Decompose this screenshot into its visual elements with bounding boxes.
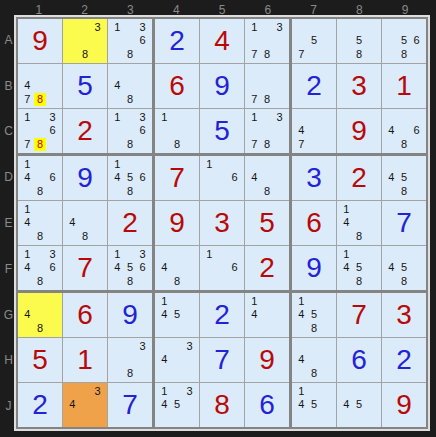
candidate-empty — [261, 295, 274, 308]
candidate-4: 4 — [340, 398, 353, 411]
row-label-C: C — [1, 109, 16, 155]
candidate-empty — [248, 158, 261, 171]
cell-G8[interactable]: 7 — [337, 293, 381, 337]
cell-E4[interactable]: 9 — [155, 201, 199, 245]
cell-A2[interactable]: 38 — [63, 19, 107, 63]
cell-H5[interactable]: 7 — [200, 338, 244, 382]
cell-F8[interactable]: 1458 — [337, 246, 381, 290]
candidate-empty — [79, 412, 92, 425]
candidate-empty — [308, 124, 321, 137]
candidate-8: 8 — [34, 322, 47, 335]
solved-digit: 5 — [214, 117, 230, 145]
col-label-2: 2 — [62, 4, 108, 16]
given-digit: 3 — [214, 209, 230, 237]
cell-E1[interactable]: 148 — [18, 201, 62, 245]
candidate-empty — [136, 158, 149, 171]
solved-digit: 6 — [259, 391, 275, 419]
candidate-empty — [410, 275, 423, 288]
candidate-empty — [91, 34, 104, 47]
cell-J5[interactable]: 8 — [200, 383, 244, 427]
candidate-empty — [320, 124, 333, 137]
cell-C8[interactable]: 9 — [337, 109, 381, 153]
candidate-empty — [171, 322, 184, 335]
box-9: 1458734862145459 — [292, 293, 426, 427]
cell-J1[interactable]: 2 — [18, 383, 62, 427]
cell-A9[interactable]: 568 — [382, 19, 426, 63]
candidate-empty — [365, 216, 378, 229]
candidate-7: 7 — [21, 93, 34, 106]
given-digit: 8 — [214, 391, 230, 419]
candidate-8: 8 — [308, 367, 321, 380]
candidate-empty — [295, 340, 308, 353]
candidate-empty — [46, 203, 59, 216]
cell-A7[interactable]: 57 — [292, 19, 336, 63]
candidate-6: 6 — [46, 261, 59, 274]
candidate-4: 4 — [66, 216, 79, 229]
cell-H3[interactable]: 38 — [108, 338, 152, 382]
candidates: 1458 — [292, 293, 336, 337]
candidate-8: 8 — [261, 185, 274, 198]
box-1: 93813684785481367821368 — [18, 19, 152, 153]
candidates: 34 — [63, 383, 107, 427]
candidate-4: 4 — [21, 79, 34, 92]
candidate-empty — [320, 138, 333, 151]
cell-D3[interactable]: 14568 — [108, 156, 152, 200]
candidate-4: 4 — [295, 353, 308, 366]
cell-C4[interactable]: 18 — [155, 109, 199, 153]
candidate-empty — [308, 111, 321, 124]
cell-B6[interactable]: 78 — [245, 64, 289, 108]
candidates: 16 — [200, 156, 244, 200]
candidate-empty — [353, 412, 366, 425]
solved-digit: 6 — [351, 346, 367, 374]
candidate-empty — [66, 230, 79, 243]
candidate-empty — [21, 185, 34, 198]
given-digit: 9 — [351, 117, 367, 145]
candidate-6: 6 — [410, 34, 423, 47]
given-digit: 2 — [259, 254, 275, 282]
candidate-5: 5 — [353, 398, 366, 411]
candidates: 1345 — [155, 383, 199, 427]
candidate-5: 5 — [124, 171, 137, 184]
cell-J3[interactable]: 7 — [108, 383, 152, 427]
cell-B5[interactable]: 9 — [200, 64, 244, 108]
candidate-empty — [171, 412, 184, 425]
candidates: 568 — [382, 19, 426, 63]
candidate-8: 8 — [398, 275, 411, 288]
candidate-empty — [228, 158, 241, 171]
cell-J7[interactable]: 145 — [292, 383, 336, 427]
candidate-empty — [365, 385, 378, 398]
candidate-empty — [79, 34, 92, 47]
cell-F5[interactable]: 16 — [200, 246, 244, 290]
col-label-9: 9 — [382, 4, 428, 16]
candidate-5: 5 — [171, 308, 184, 321]
candidate-empty — [385, 275, 398, 288]
given-digit: 9 — [32, 27, 48, 55]
candidate-empty — [171, 295, 184, 308]
candidate-empty — [273, 322, 286, 335]
candidate-3: 3 — [183, 340, 196, 353]
box-4: 1468914568148482134687134568 — [18, 156, 152, 290]
cell-F1[interactable]: 13468 — [18, 246, 62, 290]
candidate-empty — [124, 79, 137, 92]
candidate-empty — [216, 171, 229, 184]
cell-B2[interactable]: 5 — [63, 64, 107, 108]
candidate-empty — [66, 412, 79, 425]
cell-H9[interactable]: 2 — [382, 338, 426, 382]
cell-E7[interactable]: 6 — [292, 201, 336, 245]
candidate-8: 8 — [308, 322, 321, 335]
candidate-empty — [261, 66, 274, 79]
candidate-empty — [158, 248, 171, 261]
candidate-3: 3 — [273, 21, 286, 34]
candidate-empty — [320, 385, 333, 398]
candidate-empty — [410, 171, 423, 184]
candidates: 134568 — [108, 246, 152, 290]
cell-F7[interactable]: 9 — [292, 246, 336, 290]
candidate-empty — [171, 261, 184, 274]
candidate-empty — [46, 308, 59, 321]
candidates: 47 — [292, 109, 336, 153]
candidates: 1378 — [245, 109, 289, 153]
candidate-6: 6 — [46, 171, 59, 184]
cell-F6[interactable]: 2 — [245, 246, 289, 290]
candidate-empty — [183, 111, 196, 124]
candidates: 48 — [245, 156, 289, 200]
candidate-1: 1 — [340, 203, 353, 216]
given-digit: 3 — [396, 301, 412, 329]
candidate-empty — [353, 203, 366, 216]
candidate-empty — [410, 21, 423, 34]
cell-E5[interactable]: 3 — [200, 201, 244, 245]
candidates: 1468 — [18, 156, 62, 200]
cell-A8[interactable]: 58 — [337, 19, 381, 63]
candidates: 48 — [108, 64, 152, 108]
candidate-empty — [248, 322, 261, 335]
candidate-3: 3 — [46, 111, 59, 124]
candidate-empty — [340, 34, 353, 47]
cell-C7[interactable]: 47 — [292, 109, 336, 153]
candidate-empty — [308, 385, 321, 398]
candidate-empty — [111, 340, 124, 353]
candidates: 48 — [155, 246, 199, 290]
candidate-4: 4 — [295, 398, 308, 411]
given-digit: 6 — [169, 72, 185, 100]
given-digit: 3 — [351, 72, 367, 100]
candidates: 48 — [292, 338, 336, 382]
candidate-8: 8 — [171, 138, 184, 151]
candidate-empty — [34, 124, 47, 137]
candidate-empty — [91, 398, 104, 411]
box-2: 24137869781851378 — [155, 19, 289, 153]
row-label-F: F — [1, 246, 16, 292]
candidate-empty — [228, 185, 241, 198]
cell-F3[interactable]: 134568 — [108, 246, 152, 290]
candidate-7: 7 — [21, 138, 34, 151]
cell-B4[interactable]: 6 — [155, 64, 199, 108]
candidate-empty — [34, 111, 47, 124]
box-6: 324586148791458458 — [292, 156, 426, 290]
candidate-empty — [171, 385, 184, 398]
candidate-empty — [398, 248, 411, 261]
candidate-empty — [183, 308, 196, 321]
cell-G7[interactable]: 1458 — [292, 293, 336, 337]
cell-F9[interactable]: 458 — [382, 246, 426, 290]
cell-G5[interactable]: 2 — [200, 293, 244, 337]
candidate-empty — [136, 79, 149, 92]
candidate-8: 8 — [171, 275, 184, 288]
cell-H7[interactable]: 48 — [292, 338, 336, 382]
candidate-empty — [34, 261, 47, 274]
candidate-4: 4 — [158, 353, 171, 366]
candidate-empty — [353, 385, 366, 398]
solved-digit: 2 — [214, 301, 230, 329]
candidate-empty — [91, 48, 104, 61]
candidate-empty — [158, 138, 171, 151]
cell-H1[interactable]: 5 — [18, 338, 62, 382]
cell-C6[interactable]: 1378 — [245, 109, 289, 153]
box-8: 1452143479134586 — [155, 293, 289, 427]
candidate-4: 4 — [158, 398, 171, 411]
candidate-empty — [365, 398, 378, 411]
cell-E6[interactable]: 5 — [245, 201, 289, 245]
cell-F2[interactable]: 7 — [63, 246, 107, 290]
candidate-empty — [124, 158, 137, 171]
candidate-empty — [66, 203, 79, 216]
candidate-empty — [308, 48, 321, 61]
candidate-4: 4 — [21, 171, 34, 184]
cell-A6[interactable]: 1378 — [245, 19, 289, 63]
cell-D9[interactable]: 458 — [382, 156, 426, 200]
cell-J8[interactable]: 45 — [337, 383, 381, 427]
cell-E3[interactable]: 2 — [108, 201, 152, 245]
candidate-8: 8 — [261, 48, 274, 61]
given-digit: 1 — [77, 346, 93, 374]
cell-E9[interactable]: 7 — [382, 201, 426, 245]
candidate-8: 8 — [353, 275, 366, 288]
candidate-empty — [46, 93, 59, 106]
candidate-empty — [410, 138, 423, 151]
cell-G2[interactable]: 6 — [63, 293, 107, 337]
candidate-empty — [136, 275, 149, 288]
cell-D8[interactable]: 2 — [337, 156, 381, 200]
candidate-empty — [320, 21, 333, 34]
cell-H8[interactable]: 6 — [337, 338, 381, 382]
candidate-empty — [66, 385, 79, 398]
cell-G4[interactable]: 145 — [155, 293, 199, 337]
candidate-empty — [203, 171, 216, 184]
candidate-empty — [398, 158, 411, 171]
candidate-3: 3 — [91, 21, 104, 34]
candidate-empty — [308, 412, 321, 425]
candidate-empty — [365, 21, 378, 34]
cell-G1[interactable]: 48 — [18, 293, 62, 337]
candidate-8: 8 — [398, 185, 411, 198]
candidate-empty — [124, 66, 137, 79]
candidate-4: 4 — [66, 398, 79, 411]
candidate-empty — [398, 111, 411, 124]
cell-C2[interactable]: 2 — [63, 109, 107, 153]
cell-C1[interactable]: 13678 — [18, 109, 62, 153]
candidate-empty — [124, 124, 137, 137]
candidate-empty — [365, 34, 378, 47]
solved-digit: 7 — [122, 391, 138, 419]
corner-spacer — [1, 1, 16, 17]
cell-E2[interactable]: 48 — [63, 201, 107, 245]
candidate-empty — [261, 322, 274, 335]
candidate-1: 1 — [158, 111, 171, 124]
candidates: 468 — [382, 109, 426, 153]
candidate-empty — [111, 66, 124, 79]
candidate-empty — [124, 353, 137, 366]
cell-D7[interactable]: 3 — [292, 156, 336, 200]
candidate-8: 8 — [261, 93, 274, 106]
cell-E8[interactable]: 148 — [337, 201, 381, 245]
candidate-empty — [171, 124, 184, 137]
candidate-1: 1 — [111, 158, 124, 171]
cell-A3[interactable]: 1368 — [108, 19, 152, 63]
cell-D4[interactable]: 7 — [155, 156, 199, 200]
candidate-8: 8 — [124, 185, 137, 198]
given-digit: 6 — [306, 209, 322, 237]
candidate-8: 8 — [261, 138, 274, 151]
candidate-empty — [21, 322, 34, 335]
candidate-empty — [295, 21, 308, 34]
col-label-6: 6 — [245, 4, 291, 16]
candidate-7: 7 — [248, 93, 261, 106]
candidates: 1368 — [108, 109, 152, 153]
cell-J9[interactable]: 9 — [382, 383, 426, 427]
candidate-empty — [111, 275, 124, 288]
candidate-8: 8 — [34, 230, 47, 243]
cell-C5[interactable]: 5 — [200, 109, 244, 153]
cell-C9[interactable]: 468 — [382, 109, 426, 153]
candidate-6: 6 — [410, 124, 423, 137]
candidate-empty — [410, 158, 423, 171]
candidate-4: 4 — [111, 79, 124, 92]
candidate-empty — [158, 322, 171, 335]
cell-A1[interactable]: 9 — [18, 19, 62, 63]
cell-D2[interactable]: 9 — [63, 156, 107, 200]
candidate-empty — [365, 412, 378, 425]
board: 9381368478548136782136824137869781851378… — [16, 17, 428, 429]
candidate-8: 8 — [124, 93, 137, 106]
cell-D6[interactable]: 48 — [245, 156, 289, 200]
cell-G6[interactable]: 14 — [245, 293, 289, 337]
candidate-empty — [136, 138, 149, 151]
candidate-empty — [91, 216, 104, 229]
candidate-empty — [46, 138, 59, 151]
candidates: 145 — [292, 383, 336, 427]
candidate-empty — [171, 367, 184, 380]
candidate-1: 1 — [158, 385, 171, 398]
candidate-8: 8 — [79, 48, 92, 61]
cell-G3[interactable]: 9 — [108, 293, 152, 337]
candidate-empty — [308, 21, 321, 34]
candidate-8: 8 — [124, 275, 137, 288]
candidates: 38 — [108, 338, 152, 382]
candidate-8: 8 — [34, 138, 47, 151]
candidate-1: 1 — [21, 203, 34, 216]
cell-J4[interactable]: 1345 — [155, 383, 199, 427]
candidate-7: 7 — [295, 138, 308, 151]
candidate-empty — [111, 138, 124, 151]
cell-B8[interactable]: 3 — [337, 64, 381, 108]
candidate-7: 7 — [248, 138, 261, 151]
cell-H2[interactable]: 1 — [63, 338, 107, 382]
cell-H4[interactable]: 34 — [155, 338, 199, 382]
candidate-1: 1 — [248, 21, 261, 34]
cell-D1[interactable]: 1468 — [18, 156, 62, 200]
candidate-empty — [183, 353, 196, 366]
given-digit: 7 — [77, 254, 93, 282]
cell-D5[interactable]: 16 — [200, 156, 244, 200]
candidate-empty — [385, 48, 398, 61]
row-labels: ABCDEFGHJ — [1, 17, 16, 429]
candidate-6: 6 — [228, 261, 241, 274]
candidate-5: 5 — [308, 34, 321, 47]
candidate-1: 1 — [295, 295, 308, 308]
cell-G9[interactable]: 3 — [382, 293, 426, 337]
candidate-empty — [410, 248, 423, 261]
cell-H6[interactable]: 9 — [245, 338, 289, 382]
candidate-empty — [273, 308, 286, 321]
given-digit: 5 — [32, 346, 48, 374]
candidate-1: 1 — [340, 248, 353, 261]
cell-A5[interactable]: 4 — [200, 19, 244, 63]
candidate-5: 5 — [398, 34, 411, 47]
cell-A4[interactable]: 2 — [155, 19, 199, 63]
solved-digit: 9 — [122, 301, 138, 329]
candidate-empty — [248, 79, 261, 92]
candidate-empty — [124, 34, 137, 47]
candidate-empty — [46, 79, 59, 92]
candidate-empty — [66, 21, 79, 34]
cell-F4[interactable]: 48 — [155, 246, 199, 290]
cell-J2[interactable]: 34 — [63, 383, 107, 427]
cell-B3[interactable]: 48 — [108, 64, 152, 108]
candidate-empty — [385, 158, 398, 171]
candidate-empty — [124, 248, 137, 261]
candidate-empty — [261, 21, 274, 34]
cell-C3[interactable]: 1368 — [108, 109, 152, 153]
candidate-6: 6 — [136, 171, 149, 184]
candidate-empty — [273, 34, 286, 47]
candidate-empty — [79, 216, 92, 229]
candidate-empty — [365, 248, 378, 261]
candidate-4: 4 — [385, 261, 398, 274]
cell-B1[interactable]: 478 — [18, 64, 62, 108]
candidate-empty — [295, 34, 308, 47]
solved-digit: 2 — [396, 346, 412, 374]
given-digit: 9 — [169, 209, 185, 237]
candidate-empty — [273, 66, 286, 79]
col-label-7: 7 — [291, 4, 337, 16]
candidate-empty — [136, 48, 149, 61]
cell-B9[interactable]: 1 — [382, 64, 426, 108]
cell-B7[interactable]: 2 — [292, 64, 336, 108]
candidate-empty — [385, 21, 398, 34]
candidate-4: 4 — [248, 171, 261, 184]
candidate-empty — [320, 111, 333, 124]
cell-J6[interactable]: 6 — [245, 383, 289, 427]
candidate-empty — [216, 248, 229, 261]
candidate-empty — [111, 353, 124, 366]
candidate-empty — [365, 261, 378, 274]
candidate-empty — [385, 185, 398, 198]
candidates: 1458 — [337, 246, 381, 290]
